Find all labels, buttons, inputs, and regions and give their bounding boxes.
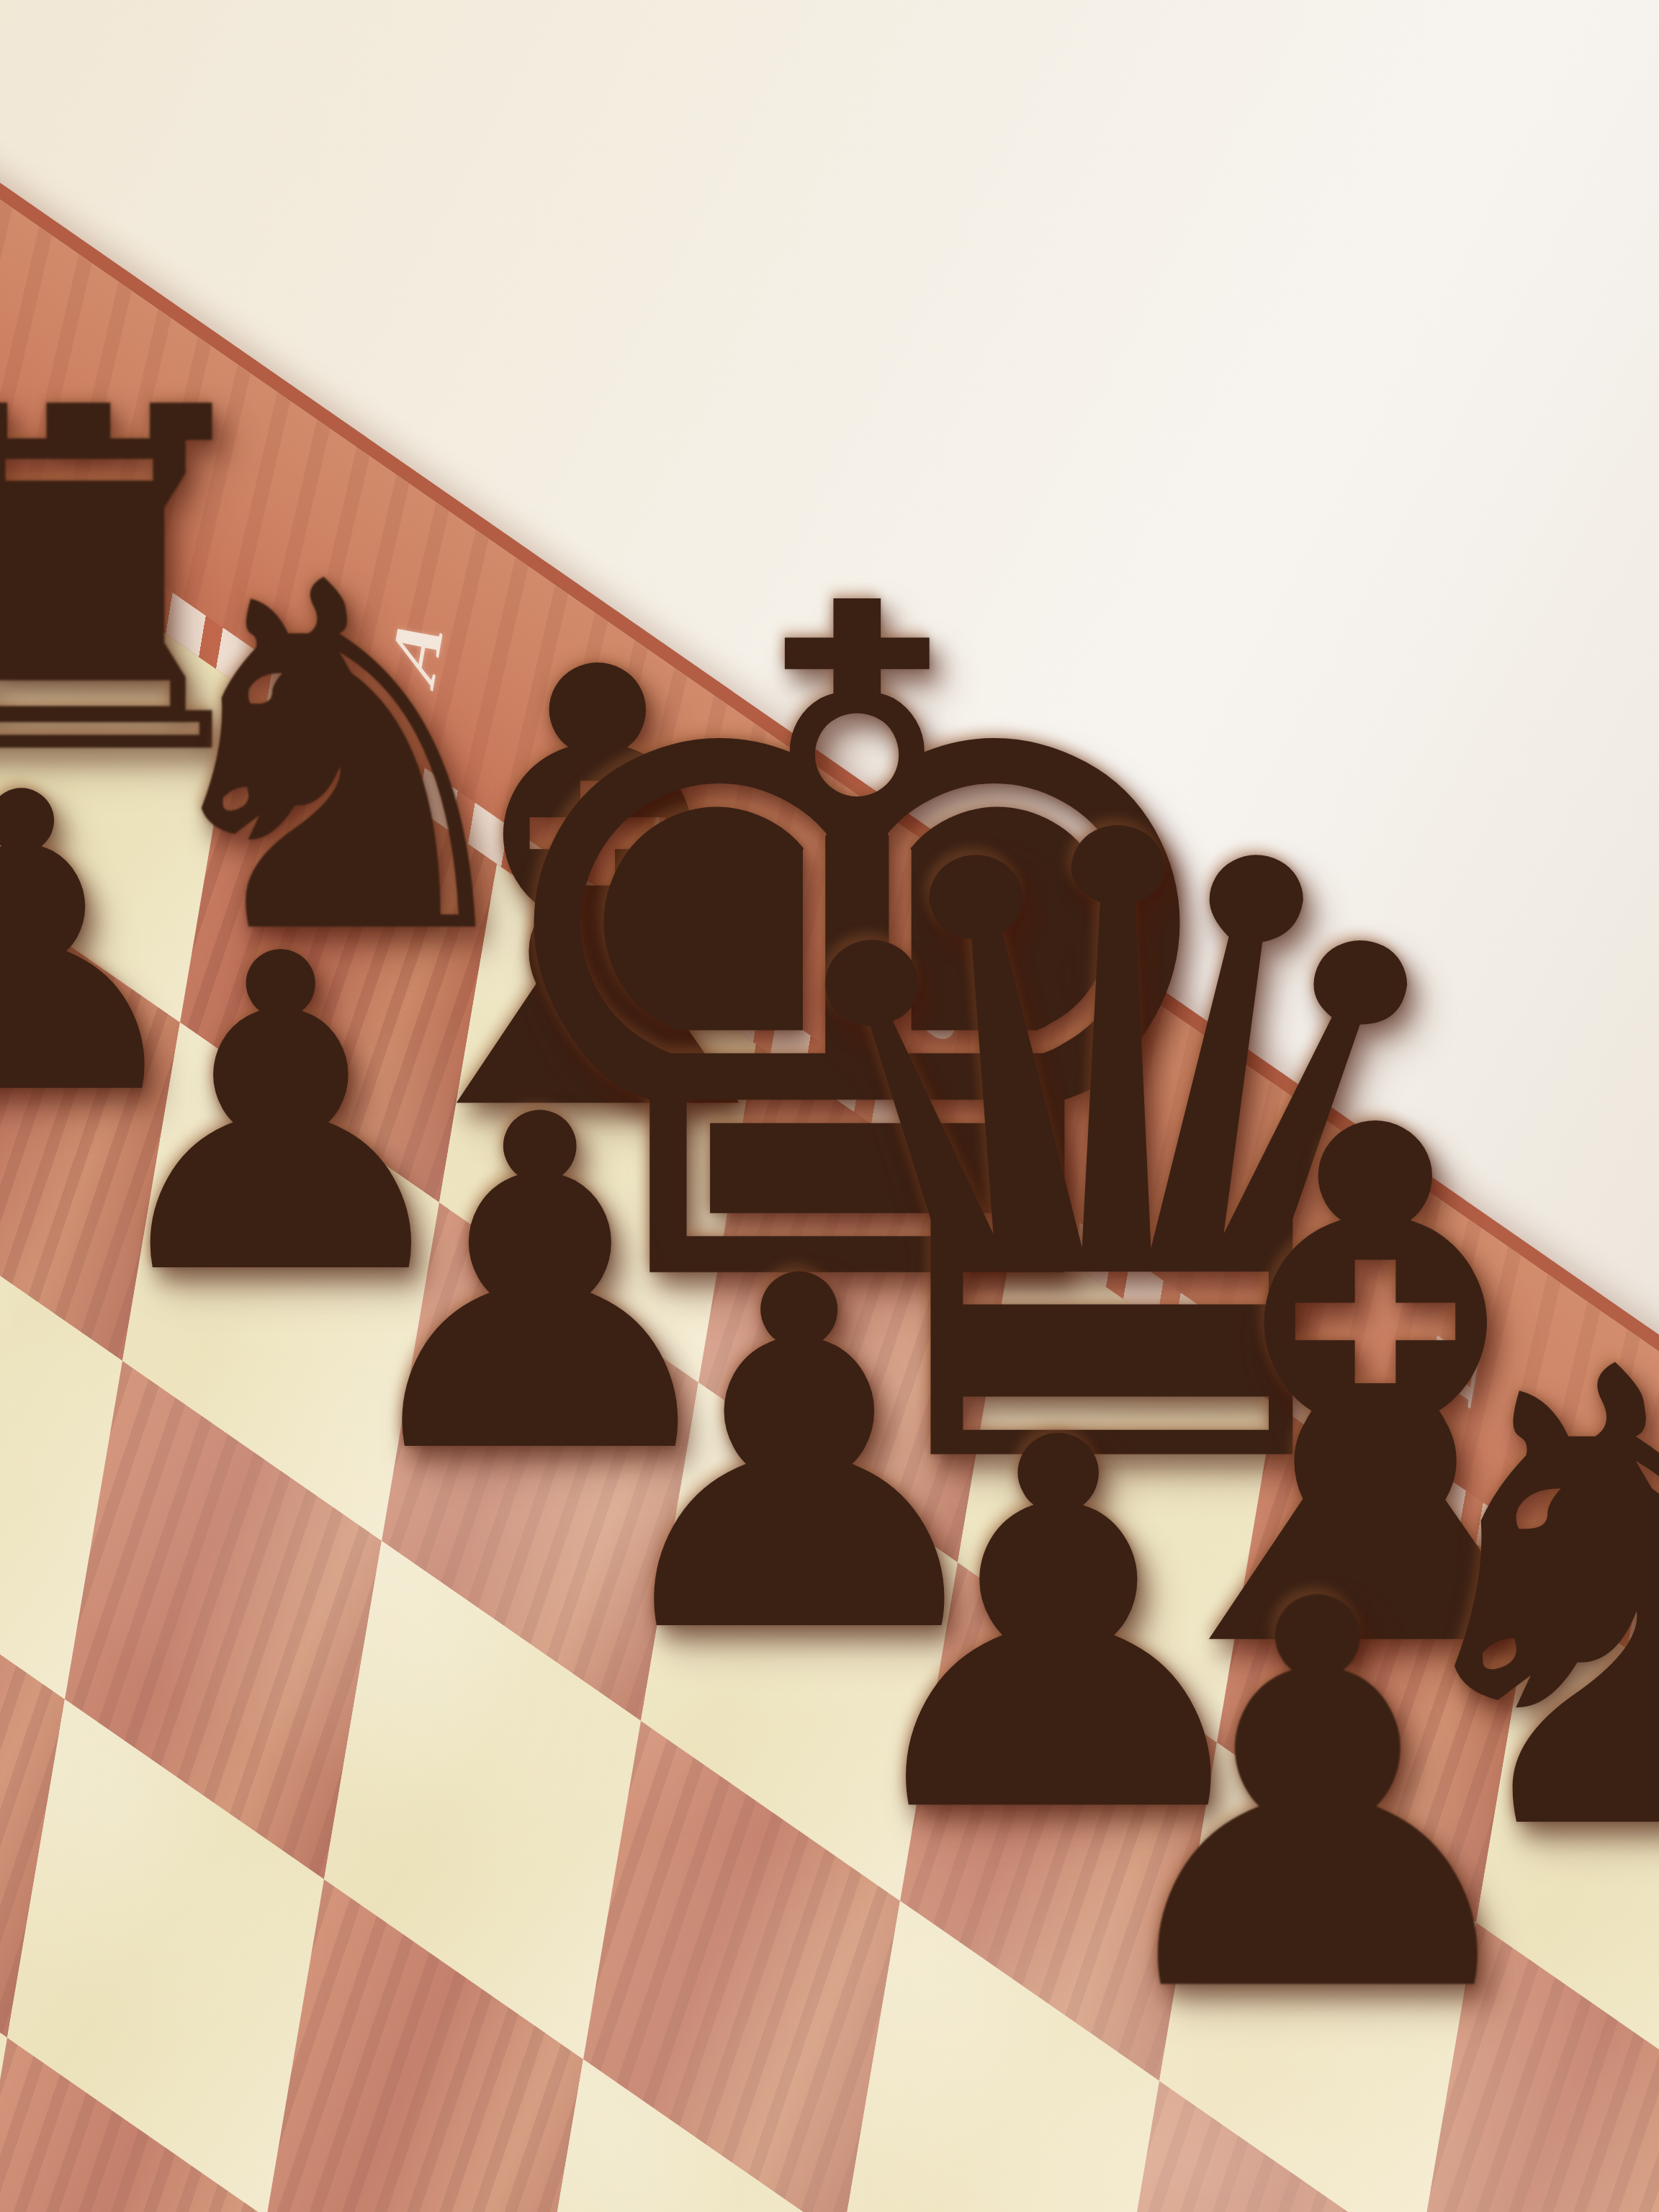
piece-black-pawn-f7[interactable]: ♟ [1079, 1532, 1557, 2066]
photo-scene: ABCDEFGH ♜♞♝♚♛♝♞♟♟♟♟♟♟ [0, 0, 1659, 2212]
